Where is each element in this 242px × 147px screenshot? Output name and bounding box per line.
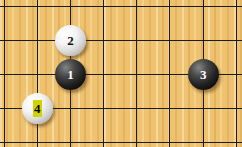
intersection[interactable]: 3 (187, 57, 220, 91)
intersection[interactable] (87, 57, 120, 91)
intersection[interactable] (21, 0, 54, 23)
intersection[interactable] (0, 23, 21, 57)
intersection[interactable] (87, 0, 120, 23)
move-number-last-move-highlight: 4 (33, 100, 42, 117)
white-stone-move-4: 4 (22, 93, 53, 124)
intersection[interactable] (21, 23, 54, 57)
intersection[interactable]: 2 (54, 23, 87, 57)
intersection[interactable] (220, 23, 242, 57)
move-number: 2 (67, 34, 74, 47)
intersection[interactable] (0, 91, 21, 125)
intersection[interactable] (21, 125, 54, 147)
board-grid: 2134 (0, 0, 242, 147)
intersection[interactable] (187, 0, 220, 23)
black-stone-move-3: 3 (188, 59, 219, 90)
intersection[interactable] (0, 0, 21, 23)
intersection[interactable] (0, 125, 21, 147)
move-number: 1 (67, 68, 74, 81)
intersection[interactable] (0, 57, 21, 91)
intersection[interactable] (220, 91, 242, 125)
intersection[interactable] (120, 91, 153, 125)
go-board[interactable]: 2134 (0, 0, 242, 147)
intersection[interactable] (120, 57, 153, 91)
move-number: 3 (200, 68, 207, 81)
intersection[interactable] (21, 57, 54, 91)
intersection[interactable] (120, 125, 153, 147)
intersection[interactable] (54, 125, 87, 147)
intersection[interactable] (120, 0, 153, 23)
intersection[interactable] (220, 125, 242, 147)
intersection[interactable]: 4 (21, 91, 54, 125)
intersection[interactable] (153, 91, 186, 125)
black-stone-move-1: 1 (55, 59, 86, 90)
intersection[interactable] (220, 0, 242, 23)
intersection[interactable] (153, 125, 186, 147)
intersection[interactable] (187, 91, 220, 125)
intersection[interactable] (54, 0, 87, 23)
intersection[interactable] (153, 23, 186, 57)
intersection[interactable] (153, 0, 186, 23)
intersection[interactable] (220, 57, 242, 91)
intersection[interactable] (153, 57, 186, 91)
intersection[interactable] (187, 125, 220, 147)
intersection[interactable]: 1 (54, 57, 87, 91)
white-stone-move-2: 2 (55, 25, 86, 56)
intersection[interactable] (87, 91, 120, 125)
intersection[interactable] (87, 125, 120, 147)
intersection[interactable] (120, 23, 153, 57)
intersection[interactable] (187, 23, 220, 57)
intersection[interactable] (54, 91, 87, 125)
intersection[interactable] (87, 23, 120, 57)
